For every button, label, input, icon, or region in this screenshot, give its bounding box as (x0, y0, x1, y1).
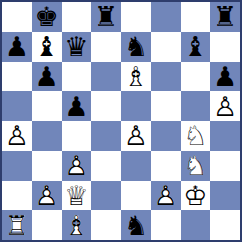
piece-white-rook-fill: ♜ (2, 210, 32, 240)
square-d5[interactable] (91, 91, 121, 121)
square-a6[interactable] (2, 62, 32, 92)
square-g7[interactable]: ♝ (181, 32, 211, 62)
square-e1[interactable]: ♞ (121, 210, 151, 240)
square-f6[interactable] (151, 62, 181, 92)
chess-board-frame: ♚♜♜♟♝♛♞♝♟♝♗♟♟♟♙♟♙♟♙♞♘♟♙♞♘♟♙♛♕♟♙♚♔♜♖♝♗♞ (0, 0, 242, 242)
square-d3[interactable] (91, 151, 121, 181)
square-a4[interactable]: ♟♙ (2, 121, 32, 151)
piece-white-king[interactable]: ♔ (181, 181, 211, 211)
square-h6[interactable]: ♟ (210, 62, 240, 92)
piece-white-bishop[interactable]: ♗ (121, 62, 151, 92)
square-d6[interactable] (91, 62, 121, 92)
square-g6[interactable] (181, 62, 211, 92)
square-e3[interactable] (121, 151, 151, 181)
piece-black-bishop[interactable]: ♝ (181, 32, 211, 62)
piece-white-pawn[interactable]: ♙ (2, 121, 32, 151)
piece-white-pawn-fill: ♟ (151, 181, 181, 211)
square-f7[interactable] (151, 32, 181, 62)
square-b7[interactable]: ♝ (32, 32, 62, 62)
piece-white-queen-fill: ♛ (62, 181, 92, 211)
square-f3[interactable] (151, 151, 181, 181)
square-f1[interactable] (151, 210, 181, 240)
square-b6[interactable]: ♟ (32, 62, 62, 92)
square-b5[interactable] (32, 91, 62, 121)
square-b3[interactable] (32, 151, 62, 181)
square-c6[interactable] (62, 62, 92, 92)
square-b1[interactable] (32, 210, 62, 240)
square-d4[interactable] (91, 121, 121, 151)
piece-white-knight-fill: ♞ (181, 151, 211, 181)
square-d2[interactable] (91, 181, 121, 211)
square-a8[interactable] (2, 2, 32, 32)
square-c3[interactable]: ♟♙ (62, 151, 92, 181)
square-g5[interactable] (181, 91, 211, 121)
square-e5[interactable] (121, 91, 151, 121)
piece-white-knight[interactable]: ♘ (181, 121, 211, 151)
piece-black-bishop[interactable]: ♝ (32, 32, 62, 62)
piece-white-pawn[interactable]: ♙ (62, 151, 92, 181)
square-h5[interactable]: ♟♙ (210, 91, 240, 121)
piece-black-pawn[interactable]: ♟ (32, 62, 62, 92)
square-a7[interactable]: ♟ (2, 32, 32, 62)
chess-board: ♚♜♜♟♝♛♞♝♟♝♗♟♟♟♙♟♙♟♙♞♘♟♙♞♘♟♙♛♕♟♙♚♔♜♖♝♗♞ (2, 2, 240, 240)
square-c8[interactable] (62, 2, 92, 32)
piece-black-knight[interactable]: ♞ (121, 210, 151, 240)
square-g8[interactable] (181, 2, 211, 32)
square-a3[interactable] (2, 151, 32, 181)
piece-white-pawn-fill: ♟ (62, 151, 92, 181)
square-c7[interactable]: ♛ (62, 32, 92, 62)
square-e6[interactable]: ♝♗ (121, 62, 151, 92)
piece-black-rook[interactable]: ♜ (210, 2, 240, 32)
piece-white-knight-fill: ♞ (181, 121, 211, 151)
square-g1[interactable] (181, 210, 211, 240)
square-c1[interactable]: ♝♗ (62, 210, 92, 240)
piece-black-pawn[interactable]: ♟ (210, 62, 240, 92)
square-h2[interactable] (210, 181, 240, 211)
square-h7[interactable] (210, 32, 240, 62)
square-h3[interactable] (210, 151, 240, 181)
square-a5[interactable] (2, 91, 32, 121)
piece-white-knight[interactable]: ♘ (181, 151, 211, 181)
piece-white-queen[interactable]: ♕ (62, 181, 92, 211)
square-a1[interactable]: ♜♖ (2, 210, 32, 240)
square-b2[interactable]: ♟♙ (32, 181, 62, 211)
square-f5[interactable] (151, 91, 181, 121)
square-c5[interactable]: ♟ (62, 91, 92, 121)
piece-white-bishop-fill: ♝ (62, 210, 92, 240)
square-c4[interactable] (62, 121, 92, 151)
square-d7[interactable] (91, 32, 121, 62)
square-d8[interactable]: ♜ (91, 2, 121, 32)
piece-black-rook[interactable]: ♜ (91, 2, 121, 32)
piece-black-queen[interactable]: ♛ (62, 32, 92, 62)
square-f4[interactable] (151, 121, 181, 151)
piece-white-king-fill: ♚ (181, 181, 211, 211)
piece-white-pawn[interactable]: ♙ (210, 91, 240, 121)
piece-white-bishop[interactable]: ♗ (62, 210, 92, 240)
piece-black-knight[interactable]: ♞ (121, 32, 151, 62)
piece-white-pawn[interactable]: ♙ (151, 181, 181, 211)
piece-white-pawn[interactable]: ♙ (32, 181, 62, 211)
square-d1[interactable] (91, 210, 121, 240)
piece-white-pawn-fill: ♟ (210, 91, 240, 121)
square-h1[interactable] (210, 210, 240, 240)
piece-white-pawn-fill: ♟ (121, 121, 151, 151)
piece-black-pawn[interactable]: ♟ (62, 91, 92, 121)
square-e8[interactable] (121, 2, 151, 32)
square-b4[interactable] (32, 121, 62, 151)
square-g3[interactable]: ♞♘ (181, 151, 211, 181)
square-e4[interactable]: ♟♙ (121, 121, 151, 151)
square-a2[interactable] (2, 181, 32, 211)
piece-white-pawn-fill: ♟ (32, 181, 62, 211)
square-h8[interactable]: ♜ (210, 2, 240, 32)
square-e2[interactable] (121, 181, 151, 211)
square-h4[interactable] (210, 121, 240, 151)
square-f8[interactable] (151, 2, 181, 32)
square-f2[interactable]: ♟♙ (151, 181, 181, 211)
piece-white-rook[interactable]: ♖ (2, 210, 32, 240)
square-c2[interactable]: ♛♕ (62, 181, 92, 211)
square-g2[interactable]: ♚♔ (181, 181, 211, 211)
square-g4[interactable]: ♞♘ (181, 121, 211, 151)
square-b8[interactable]: ♚ (32, 2, 62, 32)
square-e7[interactable]: ♞ (121, 32, 151, 62)
piece-white-bishop-fill: ♝ (121, 62, 151, 92)
piece-white-pawn-fill: ♟ (2, 121, 32, 151)
piece-white-pawn[interactable]: ♙ (121, 121, 151, 151)
piece-black-pawn[interactable]: ♟ (2, 32, 32, 62)
piece-black-king[interactable]: ♚ (32, 2, 62, 32)
